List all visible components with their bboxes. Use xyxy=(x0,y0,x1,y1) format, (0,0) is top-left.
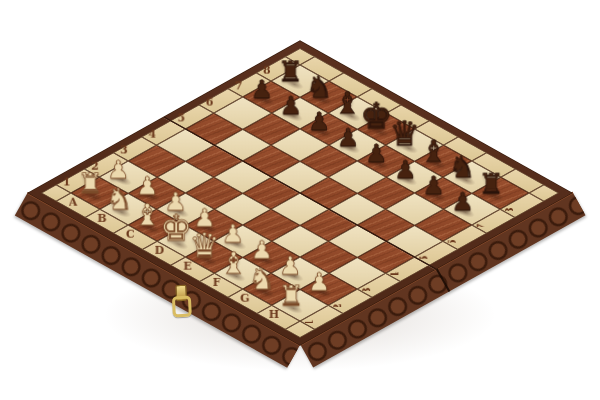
piece-black-rook-h8: ♜ xyxy=(479,170,504,198)
piece-white-knight-b1: ♞ xyxy=(105,184,132,214)
coord-number-text: 5 xyxy=(177,112,185,123)
piece-white-queen-e1: ♛ xyxy=(189,228,219,262)
coord-number-text: 3 xyxy=(120,144,128,155)
piece-white-bishop-f1: ♝ xyxy=(220,248,247,278)
piece-white-king-d1: ♚ xyxy=(160,210,192,246)
piece-black-pawn-a7: ♟ xyxy=(251,77,273,102)
piece-black-knight-b8: ♞ xyxy=(306,72,333,102)
coord-number-text: 7 xyxy=(234,80,242,91)
brass-clasp xyxy=(168,286,191,315)
coord-letter-text: A xyxy=(69,197,78,208)
piece-black-pawn-g7: ♟ xyxy=(423,173,445,198)
piece-white-pawn-g2: ♟ xyxy=(279,253,301,278)
coord-letter-text: D xyxy=(154,245,164,256)
piece-white-rook-a1: ♜ xyxy=(78,170,103,198)
piece-white-pawn-e2: ♟ xyxy=(222,221,244,246)
piece-black-pawn-b7: ♟ xyxy=(279,93,301,118)
coord-number-text: 4 xyxy=(148,128,156,139)
coord-letter-text: H xyxy=(268,309,278,320)
piece-black-bishop-c8: ♝ xyxy=(334,88,361,118)
piece-white-pawn-h2: ♟ xyxy=(308,269,330,294)
piece-black-queen-e8: ♛ xyxy=(390,116,420,150)
piece-black-king-d8: ♚ xyxy=(360,98,392,134)
piece-black-pawn-e7: ♟ xyxy=(365,141,387,166)
coord-number-text: 8 xyxy=(263,64,271,75)
clasp-hook xyxy=(172,295,192,317)
piece-white-bishop-c1: ♝ xyxy=(134,200,161,230)
coord-letter-text: G xyxy=(240,293,249,304)
chess-set-photo: ABCDEFGH8♜♞♝♚♛♝♞♜87♟♟♟♟♟♟♟♟7665544332♟♟♟… xyxy=(0,0,600,400)
piece-white-pawn-f2: ♟ xyxy=(251,237,273,262)
coord-number-text: 1 xyxy=(62,176,70,187)
coord-letter-text: F xyxy=(212,277,220,288)
piece-white-pawn-a2: ♟ xyxy=(108,157,130,182)
piece-black-knight-g8: ♞ xyxy=(449,152,476,182)
board-corner xyxy=(285,321,315,338)
coord-number-text: 6 xyxy=(206,96,214,107)
piece-black-pawn-d7: ♟ xyxy=(337,125,359,150)
piece-black-pawn-h7: ♟ xyxy=(451,189,473,214)
coord-letter-text: B xyxy=(97,213,106,224)
piece-white-knight-g1: ♞ xyxy=(249,264,276,294)
piece-black-pawn-c7: ♟ xyxy=(308,109,330,134)
coord-letter-text: C xyxy=(126,229,135,240)
piece-white-rook-h1: ♜ xyxy=(278,282,303,310)
piece-black-pawn-f7: ♟ xyxy=(394,157,416,182)
coord-letter-text: E xyxy=(184,261,192,272)
piece-white-pawn-b2: ♟ xyxy=(136,173,158,198)
piece-black-bishop-f8: ♝ xyxy=(420,136,447,166)
piece-black-rook-a8: ♜ xyxy=(278,58,303,86)
